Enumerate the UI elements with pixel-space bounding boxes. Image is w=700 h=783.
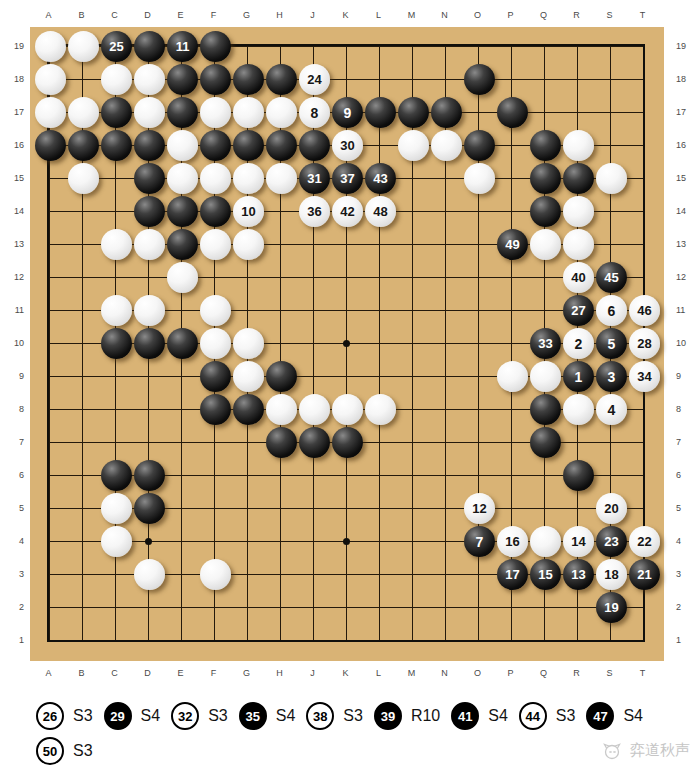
star-point (343, 538, 350, 545)
row-label: 6 (6, 470, 24, 480)
row-label: 12 (6, 272, 24, 282)
black-stone (233, 64, 264, 95)
watermark-text: 弈道秋声 (630, 741, 690, 760)
white-stone (35, 31, 66, 62)
black-stone (365, 97, 396, 128)
white-stone (563, 229, 594, 260)
column-label: B (72, 10, 92, 20)
black-stone (464, 64, 495, 95)
move-number: 40 (571, 271, 585, 284)
white-stone: 2 (563, 328, 594, 359)
black-stone (266, 361, 297, 392)
column-label: R (567, 668, 587, 678)
white-stone (530, 229, 561, 260)
caption-move-coord: R10 (411, 707, 440, 725)
watermark-logo-icon (602, 742, 626, 760)
white-stone (101, 526, 132, 557)
black-stone (167, 196, 198, 227)
caption-move: 35S4 (239, 702, 296, 730)
column-label: P (501, 10, 521, 20)
white-stone: 42 (332, 196, 363, 227)
black-stone (464, 130, 495, 161)
move-number: 10 (241, 205, 255, 218)
column-label: A (39, 668, 59, 678)
black-stone (134, 196, 165, 227)
black-stone (431, 97, 462, 128)
column-label: F (204, 668, 224, 678)
black-stone: 3 (596, 361, 627, 392)
white-stone (101, 64, 132, 95)
black-stone (134, 163, 165, 194)
move-number: 23 (604, 535, 618, 548)
row-label: 14 (6, 206, 24, 216)
black-stone: 43 (365, 163, 396, 194)
move-number: 30 (340, 139, 354, 152)
caption-move-coord: S4 (141, 707, 161, 725)
white-stone: 48 (365, 196, 396, 227)
move-number: 21 (637, 568, 651, 581)
row-label: 1 (6, 635, 24, 645)
column-label: O (468, 668, 488, 678)
black-stone: 7 (464, 526, 495, 557)
white-stone (200, 328, 231, 359)
black-stone (266, 130, 297, 161)
move-number: 6 (608, 304, 616, 318)
black-move-badge: 41 (451, 702, 479, 730)
black-stone (398, 97, 429, 128)
row-label: 2 (6, 602, 24, 612)
column-label: K (336, 10, 356, 20)
move-number: 48 (373, 205, 387, 218)
black-stone (167, 229, 198, 260)
star-point (343, 340, 350, 347)
row-label: 5 (6, 503, 24, 513)
column-label: H (270, 10, 290, 20)
caption-move: 38S3 (306, 702, 363, 730)
white-stone (497, 361, 528, 392)
white-stone (266, 97, 297, 128)
black-stone (200, 64, 231, 95)
column-label: C (105, 10, 125, 20)
row-label: 9 (676, 371, 694, 381)
black-stone: 23 (596, 526, 627, 557)
black-stone (200, 130, 231, 161)
column-label: P (501, 668, 521, 678)
move-number: 27 (571, 304, 585, 317)
row-label: 1 (676, 635, 694, 645)
white-stone (299, 394, 330, 425)
column-label: D (138, 10, 158, 20)
white-stone: 18 (596, 559, 627, 590)
white-stone (134, 229, 165, 260)
column-label: L (369, 10, 389, 20)
move-number: 34 (637, 370, 651, 383)
move-number: 18 (604, 568, 618, 581)
column-label: A (39, 10, 59, 20)
black-stone: 19 (596, 592, 627, 623)
row-label: 7 (6, 437, 24, 447)
white-stone (233, 229, 264, 260)
move-number: 13 (571, 568, 585, 581)
move-number: 1 (575, 370, 583, 384)
caption-move: 41S4 (451, 702, 508, 730)
white-stone: 4 (596, 394, 627, 425)
row-label: 16 (676, 140, 694, 150)
caption-move: 39R10 (374, 702, 440, 730)
black-stone (200, 31, 231, 62)
white-stone (530, 526, 561, 557)
move-number: 17 (505, 568, 519, 581)
move-number: 49 (505, 238, 519, 251)
row-label: 10 (6, 338, 24, 348)
row-label: 15 (676, 173, 694, 183)
white-stone: 6 (596, 295, 627, 326)
column-label: R (567, 10, 587, 20)
black-stone (266, 64, 297, 95)
black-stone: 27 (563, 295, 594, 326)
row-label: 19 (6, 41, 24, 51)
white-stone (233, 361, 264, 392)
move-number: 37 (340, 172, 354, 185)
black-stone: 15 (530, 559, 561, 590)
caption-move-coord: S3 (208, 707, 228, 725)
row-label: 10 (676, 338, 694, 348)
white-stone: 16 (497, 526, 528, 557)
black-stone (530, 427, 561, 458)
row-label: 17 (676, 107, 694, 117)
row-label: 2 (676, 602, 694, 612)
column-label: Q (534, 668, 554, 678)
black-stone (134, 460, 165, 491)
white-stone (233, 97, 264, 128)
white-stone: 34 (629, 361, 660, 392)
column-label: K (336, 668, 356, 678)
black-stone (101, 130, 132, 161)
black-move-badge: 35 (239, 702, 267, 730)
black-stone: 13 (563, 559, 594, 590)
column-label: G (237, 668, 257, 678)
black-stone: 21 (629, 559, 660, 590)
column-label: J (303, 10, 323, 20)
black-stone (530, 394, 561, 425)
column-label: G (237, 10, 257, 20)
column-label: F (204, 10, 224, 20)
row-label: 15 (6, 173, 24, 183)
white-stone (200, 559, 231, 590)
black-stone: 5 (596, 328, 627, 359)
caption-move: 47S4 (586, 702, 643, 730)
black-stone (299, 427, 330, 458)
white-stone: 24 (299, 64, 330, 95)
white-stone: 30 (332, 130, 363, 161)
white-stone (134, 295, 165, 326)
caption-move-coord: S3 (343, 707, 363, 725)
white-stone (35, 97, 66, 128)
black-stone (35, 130, 66, 161)
black-stone (134, 493, 165, 524)
white-stone (35, 64, 66, 95)
caption-move: 44S3 (519, 702, 576, 730)
column-label: E (171, 10, 191, 20)
white-move-badge: 44 (519, 702, 547, 730)
white-stone: 36 (299, 196, 330, 227)
row-label: 11 (676, 305, 694, 315)
black-stone: 45 (596, 262, 627, 293)
caption-move-coord: S4 (623, 707, 643, 725)
row-label: 17 (6, 107, 24, 117)
row-label: 8 (6, 404, 24, 414)
white-stone (101, 295, 132, 326)
move-number: 43 (373, 172, 387, 185)
column-label: J (303, 668, 323, 678)
black-stone: 33 (530, 328, 561, 359)
move-number: 36 (307, 205, 321, 218)
row-label: 4 (6, 536, 24, 546)
white-stone (431, 130, 462, 161)
black-stone (266, 427, 297, 458)
white-stone (563, 394, 594, 425)
black-stone (167, 64, 198, 95)
black-stone (530, 163, 561, 194)
go-board: 2511248930313743103642484940452764633252… (30, 27, 664, 661)
black-move-badge: 29 (104, 702, 132, 730)
row-label: 19 (676, 41, 694, 51)
black-stone: 37 (332, 163, 363, 194)
white-stone (167, 130, 198, 161)
white-stone (530, 361, 561, 392)
white-stone: 40 (563, 262, 594, 293)
move-number: 46 (637, 304, 651, 317)
white-move-badge: 26 (36, 702, 64, 730)
black-stone (563, 460, 594, 491)
caption-move-coord: S3 (73, 707, 93, 725)
column-label: E (171, 668, 191, 678)
column-label: M (402, 668, 422, 678)
column-label: H (270, 668, 290, 678)
white-stone (596, 163, 627, 194)
move-number: 19 (604, 601, 618, 614)
caption-move: 26S3 (36, 702, 93, 730)
white-stone (68, 31, 99, 62)
white-move-badge: 32 (171, 702, 199, 730)
row-label: 11 (6, 305, 24, 315)
column-label: S (600, 10, 620, 20)
move-number: 9 (344, 106, 352, 120)
move-number: 3 (608, 370, 616, 384)
move-number: 4 (608, 403, 616, 417)
black-stone (101, 460, 132, 491)
white-stone (233, 163, 264, 194)
move-number: 12 (472, 502, 486, 515)
black-move-badge: 39 (374, 702, 402, 730)
caption-row: 26S329S432S335S438S339R1041S444S347S4 (36, 702, 643, 730)
caption-move-coord: S4 (276, 707, 296, 725)
row-label: 3 (676, 569, 694, 579)
row-label: 14 (676, 206, 694, 216)
move-number: 28 (637, 337, 651, 350)
black-stone (530, 196, 561, 227)
move-number: 20 (604, 502, 618, 515)
black-stone (200, 394, 231, 425)
white-stone: 28 (629, 328, 660, 359)
white-stone: 46 (629, 295, 660, 326)
white-stone (101, 493, 132, 524)
move-number: 11 (176, 40, 190, 53)
row-label: 16 (6, 140, 24, 150)
row-label: 13 (6, 239, 24, 249)
black-stone (332, 427, 363, 458)
column-label: N (435, 10, 455, 20)
black-stone (167, 97, 198, 128)
star-point (145, 538, 152, 545)
column-label: S (600, 668, 620, 678)
black-stone: 49 (497, 229, 528, 260)
white-stone (200, 163, 231, 194)
column-label: Q (534, 10, 554, 20)
caption-move-coord: S4 (488, 707, 508, 725)
column-label: O (468, 10, 488, 20)
black-stone: 25 (101, 31, 132, 62)
white-stone: 20 (596, 493, 627, 524)
caption-row: 50S3 (36, 737, 93, 765)
white-stone (101, 229, 132, 260)
move-number: 16 (505, 535, 519, 548)
white-stone (266, 163, 297, 194)
black-stone: 31 (299, 163, 330, 194)
column-label: M (402, 10, 422, 20)
white-stone: 10 (233, 196, 264, 227)
caption-move-coord: S3 (556, 707, 576, 725)
move-number: 14 (571, 535, 585, 548)
row-label: 12 (676, 272, 694, 282)
black-stone (233, 394, 264, 425)
black-stone: 1 (563, 361, 594, 392)
white-stone (332, 394, 363, 425)
move-number: 24 (307, 73, 321, 86)
black-stone (233, 130, 264, 161)
move-number: 25 (109, 40, 123, 53)
black-stone: 9 (332, 97, 363, 128)
caption-move: 32S3 (171, 702, 228, 730)
move-number: 2 (575, 337, 583, 351)
white-stone (233, 328, 264, 359)
white-stone: 12 (464, 493, 495, 524)
watermark: 弈道秋声 (602, 741, 690, 760)
black-stone (68, 130, 99, 161)
move-number: 42 (340, 205, 354, 218)
black-stone (134, 328, 165, 359)
caption-move-coord: S3 (73, 742, 93, 760)
white-stone (266, 394, 297, 425)
black-stone (101, 97, 132, 128)
black-stone (167, 328, 198, 359)
row-label: 5 (676, 503, 694, 513)
black-move-badge: 47 (586, 702, 614, 730)
white-stone (200, 97, 231, 128)
white-stone: 8 (299, 97, 330, 128)
column-label: L (369, 668, 389, 678)
white-stone (134, 97, 165, 128)
move-number: 7 (476, 535, 484, 549)
white-stone (167, 262, 198, 293)
caption-move: 50S3 (36, 737, 93, 765)
white-stone (563, 196, 594, 227)
move-number: 33 (538, 337, 552, 350)
move-number: 8 (311, 106, 319, 120)
move-number: 22 (637, 535, 651, 548)
black-stone (200, 361, 231, 392)
row-label: 9 (6, 371, 24, 381)
white-stone (200, 229, 231, 260)
white-stone (134, 559, 165, 590)
column-label: N (435, 668, 455, 678)
column-label: T (633, 668, 653, 678)
page: 2511248930313743103642484940452764633252… (0, 0, 700, 783)
move-number: 15 (538, 568, 552, 581)
row-label: 3 (6, 569, 24, 579)
row-label: 8 (676, 404, 694, 414)
column-label: C (105, 668, 125, 678)
white-move-badge: 38 (306, 702, 334, 730)
row-label: 7 (676, 437, 694, 447)
white-stone (563, 130, 594, 161)
move-number: 45 (604, 271, 618, 284)
caption-move: 29S4 (104, 702, 161, 730)
white-stone (68, 97, 99, 128)
move-number: 31 (307, 172, 321, 185)
column-label: B (72, 668, 92, 678)
white-move-badge: 50 (36, 737, 64, 765)
column-label: T (633, 10, 653, 20)
black-stone (134, 130, 165, 161)
black-stone (134, 31, 165, 62)
white-stone (464, 163, 495, 194)
black-stone: 11 (167, 31, 198, 62)
row-label: 6 (676, 470, 694, 480)
white-stone (134, 64, 165, 95)
black-stone: 17 (497, 559, 528, 590)
black-stone (497, 97, 528, 128)
white-stone (365, 394, 396, 425)
white-stone: 14 (563, 526, 594, 557)
black-stone (563, 163, 594, 194)
white-stone (167, 163, 198, 194)
black-stone (299, 130, 330, 161)
row-label: 13 (676, 239, 694, 249)
move-number: 5 (608, 337, 616, 351)
white-stone (68, 163, 99, 194)
black-stone (101, 328, 132, 359)
column-label: D (138, 668, 158, 678)
row-label: 18 (676, 74, 694, 84)
white-stone: 22 (629, 526, 660, 557)
black-stone (530, 130, 561, 161)
row-label: 4 (676, 536, 694, 546)
white-stone (200, 295, 231, 326)
black-stone (200, 196, 231, 227)
white-stone (398, 130, 429, 161)
row-label: 18 (6, 74, 24, 84)
